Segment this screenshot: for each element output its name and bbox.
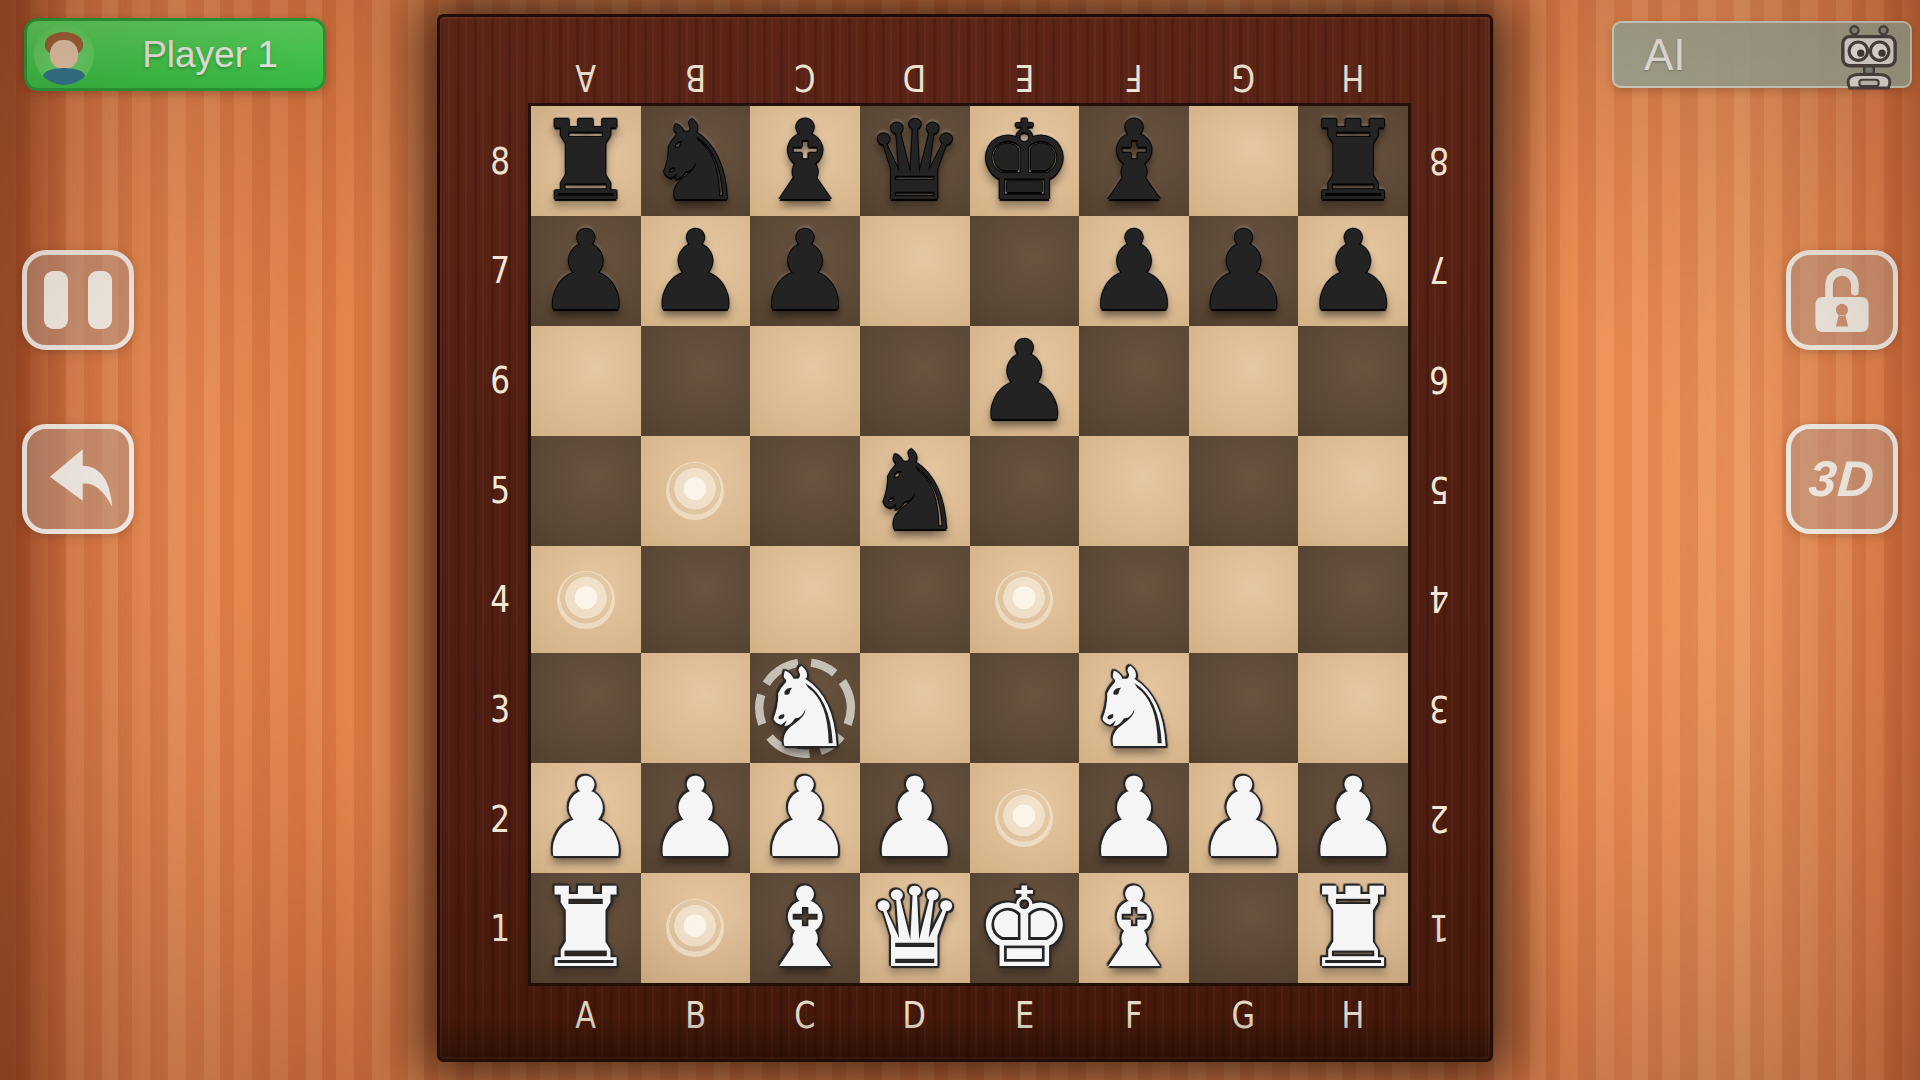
piece-black-knight-d5[interactable]: ♞ xyxy=(865,436,964,546)
rank-left-label-2: 2 xyxy=(474,764,526,874)
square-e3[interactable] xyxy=(970,653,1080,763)
square-f4[interactable] xyxy=(1079,546,1189,653)
square-a4[interactable] xyxy=(531,546,641,653)
square-c8[interactable]: ♝ xyxy=(750,106,860,216)
square-d1[interactable]: ♛ xyxy=(860,873,970,983)
square-f2[interactable]: ♟ xyxy=(1079,763,1189,873)
square-b8[interactable]: ♞ xyxy=(641,106,751,216)
piece-white-pawn-h2[interactable]: ♟ xyxy=(1304,763,1403,873)
piece-white-pawn-d2[interactable]: ♟ xyxy=(865,763,964,873)
piece-black-bishop-c8[interactable]: ♝ xyxy=(756,106,855,216)
rank-right-label-5: 5 xyxy=(1413,435,1465,545)
square-f6[interactable] xyxy=(1079,326,1189,436)
square-a5[interactable] xyxy=(531,436,641,546)
piece-white-pawn-c2[interactable]: ♟ xyxy=(756,763,855,873)
file-bottom-label-b: B xyxy=(641,989,751,1041)
square-h4[interactable] xyxy=(1298,546,1408,653)
square-a3[interactable] xyxy=(531,653,641,763)
square-g1[interactable] xyxy=(1189,873,1299,983)
square-d2[interactable]: ♟ xyxy=(860,763,970,873)
piece-black-bishop-f8[interactable]: ♝ xyxy=(1085,106,1184,216)
square-d3[interactable] xyxy=(860,653,970,763)
view-3d-label: 3D xyxy=(1807,450,1877,508)
piece-black-pawn-g7[interactable]: ♟ xyxy=(1194,216,1293,326)
square-c4[interactable] xyxy=(750,546,860,653)
piece-white-king-e1[interactable]: ♚ xyxy=(975,873,1074,983)
square-f1[interactable]: ♝ xyxy=(1079,873,1189,983)
square-c1[interactable]: ♝ xyxy=(750,873,860,983)
square-b4[interactable] xyxy=(641,546,751,653)
rank-right-label-3: 3 xyxy=(1413,654,1465,764)
legal-move-marker-b5[interactable] xyxy=(666,462,724,520)
view-3d-button[interactable]: 3D xyxy=(1786,424,1898,534)
piece-white-pawn-f2[interactable]: ♟ xyxy=(1085,763,1184,873)
rank-left-label-8: 8 xyxy=(474,106,526,216)
square-b2[interactable]: ♟ xyxy=(641,763,751,873)
piece-black-king-e8[interactable]: ♚ xyxy=(975,106,1074,216)
piece-black-rook-h8[interactable]: ♜ xyxy=(1304,106,1403,216)
square-h1[interactable]: ♜ xyxy=(1298,873,1408,983)
square-g8[interactable] xyxy=(1189,106,1299,216)
square-a1[interactable]: ♜ xyxy=(531,873,641,983)
square-b3[interactable] xyxy=(641,653,751,763)
file-labels-bottom: ABCDEFGH xyxy=(531,989,1408,1041)
square-e2[interactable] xyxy=(970,763,1080,873)
square-c6[interactable] xyxy=(750,326,860,436)
square-d8[interactable]: ♛ xyxy=(860,106,970,216)
file-top-label-c: C xyxy=(750,51,860,103)
piece-white-rook-h1[interactable]: ♜ xyxy=(1304,873,1403,983)
piece-white-pawn-g2[interactable]: ♟ xyxy=(1194,763,1293,873)
square-f5[interactable] xyxy=(1079,436,1189,546)
piece-black-pawn-a7[interactable]: ♟ xyxy=(537,216,636,326)
square-e5[interactable] xyxy=(970,436,1080,546)
square-g6[interactable] xyxy=(1189,326,1299,436)
file-top-label-f: F xyxy=(1079,51,1189,103)
square-a6[interactable] xyxy=(531,326,641,436)
ai-name: AI xyxy=(1644,23,1686,86)
piece-white-bishop-f1[interactable]: ♝ xyxy=(1085,873,1184,983)
legal-move-marker-a4[interactable] xyxy=(557,571,615,629)
pause-icon xyxy=(44,271,112,329)
rank-left-label-4: 4 xyxy=(474,545,526,655)
file-top-label-e: E xyxy=(970,51,1080,103)
piece-black-pawn-c7[interactable]: ♟ xyxy=(756,216,855,326)
rank-left-label-5: 5 xyxy=(474,435,526,545)
piece-white-rook-a1[interactable]: ♜ xyxy=(537,873,636,983)
square-h2[interactable]: ♟ xyxy=(1298,763,1408,873)
legal-move-marker-e2[interactable] xyxy=(995,789,1053,847)
square-h6[interactable] xyxy=(1298,326,1408,436)
square-d7[interactable] xyxy=(860,216,970,326)
square-g2[interactable]: ♟ xyxy=(1189,763,1299,873)
file-top-label-d: D xyxy=(860,51,970,103)
robot-icon xyxy=(1838,24,1900,90)
piece-black-rook-a8[interactable]: ♜ xyxy=(537,106,636,216)
rank-right-label-7: 7 xyxy=(1413,216,1465,326)
square-f3[interactable]: ♞ xyxy=(1079,653,1189,763)
legal-move-marker-b1[interactable] xyxy=(666,899,724,957)
square-h7[interactable]: ♟ xyxy=(1298,216,1408,326)
piece-white-knight-c3[interactable]: ♞ xyxy=(756,653,855,763)
board-frame: ABCDEFGH ABCDEFGH 87654321 87654321 ♜♞♝♛… xyxy=(437,14,1493,1062)
square-g3[interactable] xyxy=(1189,653,1299,763)
file-labels-top: ABCDEFGH xyxy=(531,51,1408,103)
rank-right-label-4: 4 xyxy=(1413,545,1465,655)
rank-right-label-1: 1 xyxy=(1413,873,1465,983)
undo-button[interactable] xyxy=(22,424,134,534)
square-a8[interactable]: ♜ xyxy=(531,106,641,216)
rank-right-label-8: 8 xyxy=(1413,106,1465,216)
square-f8[interactable]: ♝ xyxy=(1079,106,1189,216)
piece-white-knight-f3[interactable]: ♞ xyxy=(1085,653,1184,763)
square-h8[interactable]: ♜ xyxy=(1298,106,1408,216)
file-bottom-label-f: F xyxy=(1079,989,1189,1041)
square-a2[interactable]: ♟ xyxy=(531,763,641,873)
avatar-shirt xyxy=(43,68,85,85)
square-d6[interactable] xyxy=(860,326,970,436)
rank-left-label-7: 7 xyxy=(474,216,526,326)
file-top-label-a: A xyxy=(531,51,641,103)
square-f7[interactable]: ♟ xyxy=(1079,216,1189,326)
piece-white-queen-d1[interactable]: ♛ xyxy=(865,873,964,983)
file-top-label-g: G xyxy=(1189,51,1299,103)
boy-avatar xyxy=(34,25,94,85)
piece-black-pawn-h7[interactable]: ♟ xyxy=(1304,216,1403,326)
open-lock-icon xyxy=(1804,262,1880,338)
square-c7[interactable]: ♟ xyxy=(750,216,860,326)
square-e7[interactable] xyxy=(970,216,1080,326)
square-e4[interactable] xyxy=(970,546,1080,653)
file-top-label-h: H xyxy=(1298,51,1408,103)
file-bottom-label-c: C xyxy=(750,989,860,1041)
square-d4[interactable] xyxy=(860,546,970,653)
rank-left-label-6: 6 xyxy=(474,325,526,435)
rank-left-label-1: 1 xyxy=(474,873,526,983)
square-b7[interactable]: ♟ xyxy=(641,216,751,326)
rank-labels-right: 87654321 xyxy=(1413,106,1465,983)
rank-labels-left: 87654321 xyxy=(474,106,526,983)
chess-board: ♜♞♝♛♚♝♜♟♟♟♟♟♟♟♞♞♞♟♟♟♟♟♟♟♜♝♛♚♝♜ xyxy=(531,106,1408,983)
square-g7[interactable]: ♟ xyxy=(1189,216,1299,326)
rank-right-label-2: 2 xyxy=(1413,764,1465,874)
square-e8[interactable]: ♚ xyxy=(970,106,1080,216)
piece-black-pawn-b7[interactable]: ♟ xyxy=(646,216,745,326)
piece-white-pawn-b2[interactable]: ♟ xyxy=(646,763,745,873)
file-bottom-label-h: H xyxy=(1298,989,1408,1041)
wood-background: Player 1 AI xyxy=(0,0,1920,1080)
ai-badge: AI xyxy=(1612,21,1912,88)
piece-white-bishop-c1[interactable]: ♝ xyxy=(756,873,855,983)
piece-black-knight-b8[interactable]: ♞ xyxy=(646,106,745,216)
square-b5[interactable] xyxy=(641,436,751,546)
player1-badge: Player 1 xyxy=(24,18,326,91)
undo-arrow-icon xyxy=(39,440,117,518)
rank-right-label-6: 6 xyxy=(1413,325,1465,435)
file-top-label-b: B xyxy=(641,51,751,103)
square-e1[interactable]: ♚ xyxy=(970,873,1080,983)
square-d5[interactable]: ♞ xyxy=(860,436,970,546)
piece-black-pawn-f7[interactable]: ♟ xyxy=(1085,216,1184,326)
file-bottom-label-d: D xyxy=(860,989,970,1041)
file-bottom-label-a: A xyxy=(531,989,641,1041)
lock-button[interactable] xyxy=(1786,250,1898,350)
square-a7[interactable]: ♟ xyxy=(531,216,641,326)
piece-black-queen-d8[interactable]: ♛ xyxy=(865,106,964,216)
file-bottom-label-e: E xyxy=(970,989,1080,1041)
square-g5[interactable] xyxy=(1189,436,1299,546)
square-h3[interactable] xyxy=(1298,653,1408,763)
piece-white-pawn-a2[interactable]: ♟ xyxy=(537,763,636,873)
square-c2[interactable]: ♟ xyxy=(750,763,860,873)
square-b1[interactable] xyxy=(641,873,751,983)
file-bottom-label-g: G xyxy=(1189,989,1299,1041)
square-e6[interactable]: ♟ xyxy=(970,326,1080,436)
legal-move-marker-e4[interactable] xyxy=(995,571,1053,629)
square-c5[interactable] xyxy=(750,436,860,546)
square-b6[interactable] xyxy=(641,326,751,436)
player1-name: Player 1 xyxy=(107,21,313,88)
square-c3[interactable]: ♞ xyxy=(750,653,860,763)
square-g4[interactable] xyxy=(1189,546,1299,653)
square-h5[interactable] xyxy=(1298,436,1408,546)
avatar-face xyxy=(50,40,78,69)
rank-left-label-3: 3 xyxy=(474,654,526,764)
pause-button[interactable] xyxy=(22,250,134,350)
piece-black-pawn-e6[interactable]: ♟ xyxy=(975,326,1074,436)
